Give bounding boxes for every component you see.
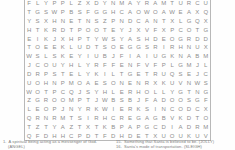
grid-cell: S — [134, 34, 142, 43]
grid-cell: R — [151, 43, 159, 52]
grid-cell: J — [193, 70, 201, 79]
grid-cell: B — [101, 52, 109, 61]
grid-cell: P — [75, 34, 83, 43]
grid-cell: T — [33, 25, 41, 34]
grid-cell: T — [84, 34, 92, 43]
grid-cell: E — [67, 70, 75, 79]
grid-cell: N — [134, 78, 142, 87]
grid-cell: P — [59, 8, 67, 17]
grid-cell: N — [67, 105, 75, 114]
grid-cell: X — [160, 25, 168, 34]
grid-cell: E — [92, 78, 100, 87]
grid-cell: T — [42, 87, 50, 96]
grid-cell: W — [193, 78, 201, 87]
grid-cell: O — [75, 78, 83, 87]
grid-cell: F — [151, 25, 159, 34]
grid-cell: G — [160, 52, 168, 61]
grid-cell: M — [185, 61, 193, 70]
grid-cell: E — [126, 114, 134, 123]
grid-cell: R — [92, 114, 100, 123]
grid-cell: W — [143, 8, 151, 17]
grid-cell: P — [59, 0, 67, 8]
grid-cell: A — [143, 17, 151, 26]
grid-cell: T — [67, 114, 75, 123]
grid-cell: N — [118, 17, 126, 26]
grid-cell: G — [193, 96, 201, 105]
grid-cell: G — [134, 43, 142, 52]
grid-cell: S — [118, 96, 126, 105]
grid-cell: T — [75, 17, 83, 26]
grid-cell: S — [42, 8, 50, 17]
grid-cell: N — [193, 87, 201, 96]
grid-cell: N — [160, 105, 168, 114]
grid-cell: O — [92, 25, 100, 34]
grid-cell: S — [185, 96, 193, 105]
grid-cell: F — [134, 61, 142, 70]
grid-cell: Q — [193, 17, 201, 26]
grid-cell: U — [176, 0, 184, 8]
grid-cell: B — [126, 96, 134, 105]
grid-cell: K — [42, 25, 50, 34]
grid-cell: R — [185, 34, 193, 43]
grid-cell: O — [168, 34, 176, 43]
clue-16-text: Santa's mode of transportation. — [124, 144, 183, 149]
grid-cell: S — [33, 17, 41, 26]
grid-cell: A — [126, 122, 134, 131]
grid-cell: I — [109, 105, 117, 114]
grid-cell: C — [109, 114, 117, 123]
grid-cell: O — [33, 87, 41, 96]
word-search-page: FLYPPLZXDYNMAYRAMTURCUTGSWPBSFGGHCAOWOAW… — [0, 0, 235, 150]
grid-cell: M — [67, 78, 75, 87]
grid-cell: X — [202, 17, 210, 26]
grid-cell: R — [118, 114, 126, 123]
grid-cell: O — [42, 105, 50, 114]
grid-cell: Z — [67, 122, 75, 131]
grid-cell: C — [134, 17, 142, 26]
clue-list-right: 15. Something that Santa is believed to … — [116, 140, 214, 150]
grid-cell: S — [33, 52, 41, 61]
grid-cell: O — [50, 96, 58, 105]
grid-cell: L — [25, 105, 33, 114]
grid-cell: F — [84, 8, 92, 17]
grid-cell: V — [143, 61, 151, 70]
grid-cell: R — [33, 70, 41, 79]
grid-cell: E — [118, 87, 126, 96]
grid-cell: P — [109, 17, 117, 26]
grid-cell: T — [59, 70, 67, 79]
grid-cell: N — [50, 78, 58, 87]
grid-cell: Y — [92, 87, 100, 96]
grid-cell: A — [84, 78, 92, 87]
grid-cell: J — [126, 25, 134, 34]
grid-cell: R — [126, 87, 134, 96]
grid-cell: L — [109, 87, 117, 96]
grid-cell: S — [92, 17, 100, 26]
grid-cell: B — [160, 114, 168, 123]
grid-cell: Z — [101, 17, 109, 26]
grid-cell: K — [101, 122, 109, 131]
grid-cell: S — [75, 114, 83, 123]
grid-cell: Y — [168, 87, 176, 96]
grid-cell: X — [193, 8, 201, 17]
grid-cell: R — [168, 43, 176, 52]
grid-cell: N — [118, 78, 126, 87]
clue-16-number: 16. — [116, 144, 123, 149]
grid-cell: O — [151, 8, 159, 17]
grid-cell: Q — [67, 87, 75, 96]
grid-cell: I — [33, 34, 41, 43]
grid-cell: R — [143, 78, 151, 87]
grid-cell: H — [176, 43, 184, 52]
grid-cell: X — [168, 17, 176, 26]
grid-cell: A — [126, 0, 134, 8]
grid-cell: Y — [84, 70, 92, 79]
grid-cell: G — [92, 8, 100, 17]
grid-cell: L — [67, 43, 75, 52]
grid-cell: G — [176, 34, 184, 43]
grid-cell: T — [67, 25, 75, 34]
grid-cell: R — [50, 25, 58, 34]
grid-cell: T — [101, 25, 109, 34]
grid-cell: N — [176, 52, 184, 61]
grid-cell: A — [151, 0, 159, 8]
grid-cell: O — [176, 96, 184, 105]
grid-cell: O — [176, 105, 184, 114]
grid-cell: I — [84, 52, 92, 61]
grid-cell: W — [101, 105, 109, 114]
grid-cell: S — [202, 78, 210, 87]
grid-cell: V — [176, 78, 184, 87]
grid-cell: E — [109, 25, 117, 34]
grid-cell: D — [160, 96, 168, 105]
grid-cell: H — [101, 87, 109, 96]
grid-cell: A — [59, 122, 67, 131]
grid-cell: T — [25, 43, 33, 52]
grid-cell: M — [59, 114, 67, 123]
grid-cell: K — [92, 105, 100, 114]
grid-cell: C — [59, 87, 67, 96]
grid-cell: C — [118, 8, 126, 17]
grid-cell: R — [151, 70, 159, 79]
grid-cell: Q — [168, 70, 176, 79]
grid-cell: O — [42, 61, 50, 70]
grid-cell: U — [160, 70, 168, 79]
grid-cell: X — [202, 43, 210, 52]
grid-cell: W — [101, 34, 109, 43]
grid-cell: K — [59, 43, 67, 52]
grid-cell: J — [134, 96, 142, 105]
grid-cell: X — [84, 122, 92, 131]
grid-cell: Y — [101, 0, 109, 8]
grid-cell: R — [185, 0, 193, 8]
grid-cell: F — [109, 61, 117, 70]
grid-cell: Z — [33, 122, 41, 131]
grid-cell: S — [176, 70, 184, 79]
grid-cell: D — [193, 34, 201, 43]
grid-cell: G — [33, 8, 41, 17]
grid-cell: X — [134, 25, 142, 34]
grid-cell: G — [126, 70, 134, 79]
grid-cell: C — [193, 0, 201, 8]
grid-cell: B — [109, 122, 117, 131]
grid-cell: K — [59, 52, 67, 61]
grid-cell: T — [25, 8, 33, 17]
grid-cell: O — [202, 114, 210, 123]
grid-cell: U — [75, 43, 83, 52]
grid-cell: B — [109, 96, 117, 105]
clue-1-answer: (ANGEL) — [3, 145, 97, 150]
grid-cell: E — [50, 43, 58, 52]
grid-cell: G — [33, 96, 41, 105]
grid-cell: Y — [75, 52, 83, 61]
grid-cell: P — [50, 0, 58, 8]
grid-cell: U — [25, 78, 33, 87]
grid-cell: F — [151, 61, 159, 70]
grid-cell: U — [151, 52, 159, 61]
clue-16-answer: (SLEIGH) — [184, 144, 202, 149]
grid-cell: S — [50, 70, 58, 79]
grid-cell: Y — [118, 34, 126, 43]
grid-cell: L — [75, 70, 83, 79]
grid-cell: G — [202, 87, 210, 96]
grid-cell: O — [84, 25, 92, 34]
grid-cell: H — [25, 25, 33, 34]
grid-cell: N — [84, 17, 92, 26]
grid-cell: M — [118, 0, 126, 8]
grid-cell: O — [33, 43, 41, 52]
grid-cell: R — [42, 96, 50, 105]
grid-cell: V — [168, 114, 176, 123]
grid-cell: A — [126, 34, 134, 43]
grid-cell: H — [50, 17, 58, 26]
grid-cell: I — [160, 43, 168, 52]
grid-cell: J — [92, 96, 100, 105]
grid-cell: C — [176, 25, 184, 34]
grid-cell: K — [168, 52, 176, 61]
grid-cell: P — [168, 25, 176, 34]
grid-cell: P — [42, 70, 50, 79]
grid-cell: P — [59, 78, 67, 87]
grid-cell: B — [193, 52, 201, 61]
grid-cell: I — [84, 114, 92, 123]
grid-cell: L — [75, 61, 83, 70]
grid-cell: D — [151, 34, 159, 43]
grid-cell: I — [143, 52, 151, 61]
grid-cell: A — [176, 122, 184, 131]
grid-cell: H — [67, 34, 75, 43]
grid-cell: U — [50, 61, 58, 70]
grid-cell: N — [185, 78, 193, 87]
grid-cell: G — [176, 87, 184, 96]
grid-cell: N — [109, 0, 117, 8]
grid-cell: L — [67, 0, 75, 8]
grid-cell: J — [50, 34, 58, 43]
grid-cell: A — [134, 52, 142, 61]
grid-cell: T — [92, 122, 100, 131]
grid-cell: J — [75, 87, 83, 96]
grid-cell: L — [176, 17, 184, 26]
grid-cell: K — [92, 70, 100, 79]
grid-cell: L — [33, 0, 41, 8]
grid-cell: T — [75, 122, 83, 131]
grid-cell: E — [134, 70, 142, 79]
grid-cell: D — [185, 105, 193, 114]
grid-cell: P — [50, 87, 58, 96]
grid-cell: H — [101, 114, 109, 123]
grid-cell: R — [50, 114, 58, 123]
grid-cell: E — [176, 8, 184, 17]
grid-cell: Z — [75, 0, 83, 8]
grid-cell: A — [126, 8, 134, 17]
grid-cell: W — [168, 8, 176, 17]
grid-cell: E — [185, 70, 193, 79]
grid-cell: Z — [25, 96, 33, 105]
grid-cell: A — [185, 8, 193, 17]
grid-cell: Y — [59, 61, 67, 70]
grid-cell: P — [160, 61, 168, 70]
grid-cell: E — [67, 17, 75, 26]
grid-cell: J — [59, 105, 67, 114]
grid-cell: O — [59, 96, 67, 105]
grid-cell: A — [143, 114, 151, 123]
clue-1-number: 1. — [3, 139, 8, 144]
grid-cell: T — [42, 122, 50, 131]
grid-cell: N — [126, 61, 134, 70]
grid-cell: E — [126, 78, 134, 87]
grid-cell: X — [84, 0, 92, 8]
grid-cell: P — [75, 25, 83, 34]
grid-cell: F — [143, 96, 151, 105]
grid-cell: Y — [84, 61, 92, 70]
grid-cell: H — [143, 34, 151, 43]
grid-cell: R — [193, 122, 201, 131]
grid-cell: W — [25, 87, 33, 96]
grid-cell: R — [126, 105, 134, 114]
grid-cell: T — [193, 114, 201, 123]
grid-cell: C — [193, 105, 201, 114]
grid-cell: S — [75, 8, 83, 17]
grid-cell: U — [168, 78, 176, 87]
grid-cell: K — [160, 78, 168, 87]
grid-cell: T — [92, 43, 100, 52]
grid-cell: I — [101, 70, 109, 79]
grid-cell: X — [202, 105, 210, 114]
grid-cell: R — [92, 61, 100, 70]
grid-cell: J — [25, 61, 33, 70]
grid-cell: D — [202, 34, 210, 43]
grid-cell: Y — [50, 122, 58, 131]
grid-cell: U — [92, 52, 100, 61]
grid-cell: G — [176, 61, 184, 70]
grid-cell: L — [42, 52, 50, 61]
grid-cell: H — [67, 61, 75, 70]
grid-cell: Q — [202, 8, 210, 17]
grid-cell: M — [67, 96, 75, 105]
grid-cell: S — [143, 105, 151, 114]
grid-cell: U — [202, 0, 210, 8]
grid-cell: K — [134, 105, 142, 114]
grid-cell: I — [126, 52, 134, 61]
grid-cell: U — [193, 43, 201, 52]
grid-cell: G — [143, 122, 151, 131]
grid-cell: G — [185, 17, 193, 26]
grid-cell: D — [126, 17, 134, 26]
grid-cell: N — [185, 43, 193, 52]
grid-cell: Y — [25, 17, 33, 26]
grid-cell: G — [126, 43, 134, 52]
grid-cell: N — [42, 114, 50, 123]
grid-cell: P — [134, 122, 142, 131]
grid-cell: E — [118, 61, 126, 70]
grid-cell: E — [160, 34, 168, 43]
grid-cell: P — [50, 105, 58, 114]
clue-list-left: 1. A spiritual being acting as a messeng… — [3, 140, 97, 150]
grid-cell: K — [42, 34, 50, 43]
grid-cell: J — [193, 61, 201, 70]
grid-cell: O — [185, 25, 193, 34]
grid-cell: G — [202, 25, 210, 34]
grid-cell: Y — [75, 105, 83, 114]
grid-cell: W — [50, 8, 58, 17]
grid-cell: T — [185, 87, 193, 96]
grid-cell: T — [193, 25, 201, 34]
grid-cell: D — [160, 122, 168, 131]
grid-cell: T — [25, 122, 33, 131]
grid-cell: O — [33, 78, 41, 87]
grid-cell: C — [168, 105, 176, 114]
grid-cell: L — [168, 61, 176, 70]
grid-cell: B — [67, 8, 75, 17]
grid-cell: G — [101, 8, 109, 17]
grid-cell: P — [75, 96, 83, 105]
grid-cell: D — [92, 0, 100, 8]
grid-cell: X — [42, 17, 50, 26]
grid-cell: C — [33, 61, 41, 70]
grid-cell: N — [59, 17, 67, 26]
grid-cell: E — [33, 105, 41, 114]
grid-cell: L — [151, 87, 159, 96]
grid-cell: F — [101, 61, 109, 70]
grid-cell: E — [42, 43, 50, 52]
grid-cell: M — [202, 122, 210, 131]
grid-cell: X — [59, 34, 67, 43]
grid-cell: A — [160, 8, 168, 17]
grid-cell: S — [101, 78, 109, 87]
grid-cell: S — [101, 43, 109, 52]
grid-cell: O — [109, 43, 117, 52]
grid-cell: T — [143, 70, 151, 79]
grid-cell: Y — [42, 0, 50, 8]
word-grid: FLYPPLZXDYNMAYRAMTURCUTGSWPBSFGGHCAOWOAW… — [24, 0, 211, 141]
grid-cell: W — [25, 52, 33, 61]
grid-cell: O — [109, 78, 117, 87]
grid-cell: G — [134, 114, 142, 123]
grid-cell: S — [109, 34, 117, 43]
grid-cell: H — [109, 8, 117, 17]
grid-cell: T — [118, 70, 126, 79]
grid-cell: D — [185, 114, 193, 123]
grid-cell: E — [25, 34, 33, 43]
grid-cell: N — [151, 17, 159, 26]
grid-cell: S — [84, 87, 92, 96]
grid-cell: Y — [118, 25, 126, 34]
grid-cell: T — [160, 17, 168, 26]
grid-cell: E — [118, 43, 126, 52]
grid-cell: I — [151, 105, 159, 114]
clue-16: 16. Santa's mode of transportation. (SLE… — [116, 145, 214, 150]
grid-cell: Q — [25, 114, 33, 123]
